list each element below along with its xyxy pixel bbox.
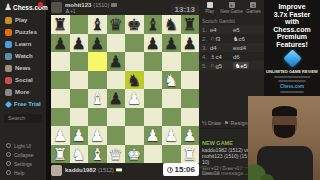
sidebar-footer-help[interactable]: Help xyxy=(0,168,46,177)
black-bishop[interactable]: ♝ xyxy=(144,15,163,34)
black-pawn[interactable]: ♟ xyxy=(107,89,126,108)
search-input[interactable]: Search xyxy=(4,114,42,123)
square-e6[interactable] xyxy=(125,52,144,71)
move-5-black[interactable]: ♞e5 xyxy=(233,62,249,69)
footer-item-label: Help xyxy=(14,170,24,176)
ad-headline-line: with xyxy=(264,18,320,26)
move-number: 2. xyxy=(202,36,210,42)
white-queen[interactable]: ♛ xyxy=(107,145,126,164)
square-b5[interactable] xyxy=(70,71,89,90)
square-a4[interactable] xyxy=(51,89,70,108)
tab-label: Games xyxy=(246,9,261,14)
square-c2[interactable]: ♟ xyxy=(88,126,107,145)
square-g1[interactable] xyxy=(162,145,181,164)
square-d5[interactable] xyxy=(107,71,126,90)
new-game-heading: NEW GAME xyxy=(202,140,252,146)
square-h1[interactable]: ♜ xyxy=(181,145,200,164)
resign-button[interactable]: ⚑ Resign xyxy=(224,120,248,126)
sidebar-item-label: Learn xyxy=(15,41,31,47)
diamond-icon xyxy=(5,100,12,107)
news-icon xyxy=(5,65,12,72)
square-g7[interactable]: ♟ xyxy=(162,34,181,53)
square-e4[interactable]: ♟ xyxy=(125,89,144,108)
square-b7[interactable]: ♟ xyxy=(70,34,89,53)
square-a2[interactable]: ♟ xyxy=(51,126,70,145)
opponent-player-bar: mohit123 (1510) ♙+1 13:13 xyxy=(51,2,199,15)
tab-play[interactable]: Play xyxy=(199,0,220,16)
square-g5[interactable]: ♞ xyxy=(162,71,181,90)
sidebar-item-learn[interactable]: Learn xyxy=(0,38,46,50)
footer-item-label: Collapse xyxy=(14,152,33,158)
square-f6[interactable] xyxy=(144,52,163,71)
light-ui-icon xyxy=(6,143,11,148)
ad-headline-line: Improve xyxy=(264,3,320,11)
move-5-white[interactable]: ♘g5 xyxy=(210,62,233,69)
ad-text-bar xyxy=(280,91,304,93)
square-d3[interactable] xyxy=(107,108,126,127)
square-c7[interactable]: ♟ xyxy=(88,34,107,53)
chess-board: ♜♝♛♚♝♞♜♟♟♟♟♟♟♟♞♞♝♟♟♟♟♟♟♟♟♜♞♝♛♚♜ xyxy=(51,15,199,163)
square-a6[interactable] xyxy=(51,52,70,71)
square-f3[interactable] xyxy=(144,108,163,127)
draw-button[interactable]: ½ Draw xyxy=(202,120,221,126)
streamer-hair xyxy=(272,106,297,116)
square-d7[interactable] xyxy=(107,34,126,53)
help-icon xyxy=(6,170,11,175)
square-e2[interactable] xyxy=(125,126,144,145)
white-pawn[interactable]: ♟ xyxy=(51,126,70,145)
black-pawn[interactable]: ♟ xyxy=(88,34,107,53)
sidebar-item-label: More xyxy=(15,89,29,95)
square-c3[interactable] xyxy=(88,108,107,127)
move-1-white[interactable]: e4 xyxy=(210,27,233,33)
square-g6[interactable] xyxy=(162,52,181,71)
black-pawn[interactable]: ♟ xyxy=(70,34,89,53)
watch-icon xyxy=(5,53,12,60)
sidebar-item-label: Puzzles xyxy=(15,29,37,35)
plus-icon: + xyxy=(229,2,235,8)
game-info-text: kaddu1982 (1512) vs. mohit123 (1510) (15… xyxy=(202,147,252,165)
move-3-white[interactable]: d4 xyxy=(210,45,233,51)
chat-message-input[interactable]: Send a message... xyxy=(199,167,250,178)
square-e7[interactable] xyxy=(125,34,144,53)
square-h6[interactable] xyxy=(181,52,200,71)
square-d4[interactable]: ♟ xyxy=(107,89,126,108)
sidebar-item-news[interactable]: News xyxy=(0,62,46,74)
black-bishop[interactable]: ♝ xyxy=(88,15,107,34)
move-row: 3.d4exd4 xyxy=(199,43,264,52)
player-clock: 15:06 xyxy=(163,163,199,176)
footer-item-label: Light UI xyxy=(14,143,31,149)
sidebar-item-label: Watch xyxy=(15,53,33,59)
board-icon xyxy=(207,2,213,8)
black-pawn[interactable]: ♟ xyxy=(144,34,163,53)
black-knight[interactable]: ♞ xyxy=(125,71,144,90)
black-pawn[interactable]: ♟ xyxy=(162,34,181,53)
white-pawn[interactable]: ♟ xyxy=(162,126,181,145)
sidebar-footer-light-ui[interactable]: Light UI xyxy=(0,141,46,150)
square-h3[interactable] xyxy=(181,108,200,127)
square-b1[interactable]: ♞ xyxy=(70,145,89,164)
ad-headline-line: 3.7x Faster xyxy=(264,11,320,19)
tab-label: New Game xyxy=(220,9,243,14)
white-pawn[interactable]: ♟ xyxy=(181,126,200,145)
square-e3[interactable] xyxy=(125,108,144,127)
ad-text-bar xyxy=(274,76,310,78)
square-h7[interactable]: ♟ xyxy=(181,34,200,53)
ad-feature-text: UNLIMITED GAME REVIEW xyxy=(264,69,320,74)
square-f2[interactable]: ♟ xyxy=(144,126,163,145)
square-g4[interactable] xyxy=(162,89,181,108)
move-row: 4.♗c4d6 xyxy=(199,52,264,61)
square-b3[interactable] xyxy=(70,108,89,127)
white-knight[interactable]: ♞ xyxy=(70,145,89,164)
move-2-black[interactable]: ♞c6 xyxy=(233,35,256,42)
square-a3[interactable] xyxy=(51,108,70,127)
square-g2[interactable]: ♟ xyxy=(162,126,181,145)
square-a5[interactable] xyxy=(51,71,70,90)
sidebar-item-label: Play xyxy=(15,17,27,23)
move-row: 2.♘f3♞c6 xyxy=(199,34,264,43)
move-number: 1. xyxy=(202,27,210,33)
opponent-captured-pieces: ♙+1 xyxy=(65,8,117,14)
collapse-icon xyxy=(6,152,11,157)
opening-name: Scotch Gambit xyxy=(199,16,264,25)
play-pawn-icon xyxy=(5,17,12,24)
white-rook[interactable]: ♜ xyxy=(181,145,200,164)
opponent-flag-icon xyxy=(111,3,117,7)
ad-headline: Improve3.7x FasterwithChess.comPremiumFe… xyxy=(264,0,320,48)
sidebar-item-social[interactable]: Social xyxy=(0,74,46,86)
white-pawn[interactable]: ♟ xyxy=(144,126,163,145)
sidebar-item-free-trial[interactable]: Free Trial xyxy=(0,98,46,110)
move-4-white[interactable]: ♗c4 xyxy=(210,53,233,60)
square-f5[interactable] xyxy=(144,71,163,90)
sidebar-item-puzzles[interactable]: Puzzles xyxy=(0,26,46,38)
square-c4[interactable]: ♝ xyxy=(88,89,107,108)
white-king[interactable]: ♚ xyxy=(125,145,144,164)
black-pawn[interactable]: ♟ xyxy=(181,34,200,53)
black-rook[interactable]: ♜ xyxy=(51,15,70,34)
tab-games[interactable]: ≡Games xyxy=(243,0,264,16)
puzzle-icon xyxy=(5,29,12,36)
ad-brand-text: Chess.com xyxy=(264,84,320,89)
black-pawn[interactable]: ♟ xyxy=(107,52,126,71)
ad-text-bar xyxy=(278,80,306,82)
square-h2[interactable]: ♟ xyxy=(181,126,200,145)
square-g8[interactable]: ♞ xyxy=(162,15,181,34)
square-d6[interactable]: ♟ xyxy=(107,52,126,71)
square-f8[interactable]: ♝ xyxy=(144,15,163,34)
premium-ad[interactable]: Improve3.7x FasterwithChess.comPremiumFe… xyxy=(264,0,320,97)
sidebar-item-label: Social xyxy=(15,77,33,83)
sidebar-item-watch[interactable]: Watch xyxy=(0,50,46,62)
move-row: 5.♘g5♞e5 xyxy=(199,61,264,70)
white-pawn[interactable]: ♟ xyxy=(125,89,144,108)
social-icon xyxy=(5,77,12,84)
move-number: 5. xyxy=(202,63,210,69)
webcam-video xyxy=(248,96,320,180)
clock-icon xyxy=(167,167,173,173)
square-e5[interactable]: ♞ xyxy=(125,71,144,90)
streamer-beard xyxy=(274,125,295,138)
move-number: 4. xyxy=(202,54,210,60)
square-e8[interactable]: ♚ xyxy=(125,15,144,34)
square-a8[interactable]: ♜ xyxy=(51,15,70,34)
move-4-black[interactable]: d6 xyxy=(233,54,256,60)
player-rating: (1512) xyxy=(98,167,114,173)
square-b4[interactable] xyxy=(70,89,89,108)
move-3-black[interactable]: exd4 xyxy=(233,45,256,51)
opponent-clock: 13:13 xyxy=(171,4,199,15)
square-e1[interactable]: ♚ xyxy=(125,145,144,164)
learn-icon xyxy=(5,41,12,48)
black-rook[interactable]: ♜ xyxy=(181,15,200,34)
settings-icon xyxy=(6,161,11,166)
square-f1[interactable] xyxy=(144,145,163,164)
move-row: 1.e4e5 xyxy=(199,25,264,34)
diamond-gem-icon xyxy=(283,49,301,67)
square-a1[interactable]: ♜ xyxy=(51,145,70,164)
more-icon xyxy=(5,89,12,96)
square-c5[interactable] xyxy=(88,71,107,90)
opponent-avatar[interactable] xyxy=(51,2,62,13)
square-g3[interactable] xyxy=(162,108,181,127)
tab-label: Play xyxy=(205,9,214,14)
square-a7[interactable]: ♟ xyxy=(51,34,70,53)
white-bishop[interactable]: ♝ xyxy=(88,89,107,108)
square-b6[interactable] xyxy=(70,52,89,71)
black-pawn[interactable]: ♟ xyxy=(51,34,70,53)
white-rook[interactable]: ♜ xyxy=(51,145,70,164)
move-1-black[interactable]: e5 xyxy=(233,27,256,33)
logo-pawn-icon: ♟ xyxy=(4,3,12,12)
ad-headline-line: Chess.com xyxy=(264,26,320,34)
square-h5[interactable] xyxy=(181,71,200,90)
square-f4[interactable] xyxy=(144,89,163,108)
board-column: mohit123 (1510) ♙+1 13:13 ♜♝♛♚♝♞♜♟♟♟♟♟♟♟… xyxy=(51,0,199,180)
move-number: 3. xyxy=(202,45,210,51)
sidebar-footer: Light UICollapseSettingsHelp xyxy=(0,141,46,177)
move-list: 1.e4e52.♘f3♞c63.d4exd44.♗c4d65.♘g5♞e5 xyxy=(199,25,264,70)
sidebar-item-more[interactable]: More xyxy=(0,86,46,98)
square-f7[interactable]: ♟ xyxy=(144,34,163,53)
player-name[interactable]: kaddu1982 xyxy=(65,167,96,173)
black-queen[interactable]: ♛ xyxy=(107,15,126,34)
square-b2[interactable]: ♟ xyxy=(70,126,89,145)
free-trial-label: Free Trial xyxy=(14,101,41,107)
tab-new-game[interactable]: +New Game xyxy=(220,0,243,16)
player-bar: kaddu1982 (1512) 15:06 xyxy=(51,163,199,177)
white-pawn[interactable]: ♟ xyxy=(88,126,107,145)
square-c1[interactable]: ♝ xyxy=(88,145,107,164)
sidebar-footer-settings[interactable]: Settings xyxy=(0,159,46,168)
ad-headline-line: Features! xyxy=(264,41,320,49)
list-icon: ≡ xyxy=(250,2,256,8)
black-knight[interactable]: ♞ xyxy=(162,15,181,34)
square-c8[interactable]: ♝ xyxy=(88,15,107,34)
ad-headline-line: Premium xyxy=(264,33,320,41)
notification-badge xyxy=(38,2,43,7)
chesscom-logo[interactable]: ♟ Chess.com xyxy=(0,0,46,14)
square-h4[interactable] xyxy=(181,89,200,108)
square-d2[interactable] xyxy=(107,126,126,145)
black-king[interactable]: ♚ xyxy=(125,15,144,34)
white-knight[interactable]: ♞ xyxy=(162,71,181,90)
player-avatar[interactable] xyxy=(51,165,62,176)
square-c6[interactable] xyxy=(88,52,107,71)
square-d1[interactable]: ♛ xyxy=(107,145,126,164)
square-b8[interactable] xyxy=(70,15,89,34)
sidebar: ♟ Chess.com PlayPuzzlesLearnWatchNewsSoc… xyxy=(0,0,46,180)
sidebar-item-label: News xyxy=(15,65,31,71)
player-flag-icon xyxy=(116,168,122,172)
move-2-white[interactable]: ♘f3 xyxy=(210,35,233,42)
white-bishop[interactable]: ♝ xyxy=(88,145,107,164)
sidebar-item-play[interactable]: Play xyxy=(0,14,46,26)
panel-tabs: Play+New Game≡Games xyxy=(199,0,264,16)
square-d8[interactable]: ♛ xyxy=(107,15,126,34)
white-pawn[interactable]: ♟ xyxy=(70,126,89,145)
footer-item-label: Settings xyxy=(14,161,32,167)
sidebar-footer-collapse[interactable]: Collapse xyxy=(0,150,46,159)
square-h8[interactable]: ♜ xyxy=(181,15,200,34)
